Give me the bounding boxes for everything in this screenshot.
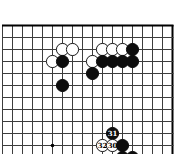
black-stone [126, 151, 138, 154]
black-stone [126, 55, 138, 67]
go-diagram: 313230 [0, 0, 180, 154]
black-stone [116, 139, 128, 151]
black-stone [56, 55, 68, 67]
black-stone [56, 79, 68, 91]
white-stone [66, 43, 78, 55]
black-stone [116, 151, 128, 154]
star-point [51, 144, 55, 148]
move-number-label: 31 [108, 129, 118, 138]
black-stone [126, 43, 138, 55]
black-stone-move-31: 31 [106, 127, 118, 139]
black-stone [86, 67, 98, 79]
go-board: 313230 [0, 0, 180, 154]
